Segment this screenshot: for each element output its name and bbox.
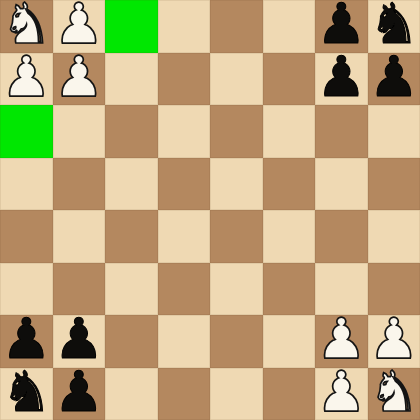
square-c1[interactable] xyxy=(105,368,158,420)
square-c2[interactable] xyxy=(105,315,158,368)
square-a4[interactable] xyxy=(0,210,53,263)
highlighted-square-c8[interactable] xyxy=(105,0,158,53)
square-b1[interactable]: ♟ xyxy=(53,368,106,420)
square-b7[interactable]: ♟ xyxy=(53,53,106,106)
square-c6[interactable] xyxy=(105,105,158,158)
square-d4[interactable] xyxy=(158,210,211,263)
square-c3[interactable] xyxy=(105,263,158,316)
square-c5[interactable] xyxy=(105,158,158,211)
square-f2[interactable] xyxy=(263,315,316,368)
square-g6[interactable] xyxy=(315,105,368,158)
square-g1[interactable]: ♟ xyxy=(315,368,368,420)
square-c7[interactable] xyxy=(105,53,158,106)
square-e1[interactable] xyxy=(210,368,263,420)
square-e7[interactable] xyxy=(210,53,263,106)
black-pawn-icon[interactable]: ♟ xyxy=(368,53,420,106)
square-d2[interactable] xyxy=(158,315,211,368)
square-e3[interactable] xyxy=(210,263,263,316)
square-d6[interactable] xyxy=(158,105,211,158)
black-pawn-icon[interactable]: ♟ xyxy=(315,53,368,106)
square-g7[interactable]: ♟ xyxy=(315,53,368,106)
square-h6[interactable] xyxy=(368,105,420,158)
square-f3[interactable] xyxy=(263,263,316,316)
square-d3[interactable] xyxy=(158,263,211,316)
square-h4[interactable] xyxy=(368,210,420,263)
chess-board: ♞♟♟♞♟♟♟♟♟♟♟♟♞♟♟♞ xyxy=(0,0,420,420)
square-e2[interactable] xyxy=(210,315,263,368)
square-b4[interactable] xyxy=(53,210,106,263)
square-b6[interactable] xyxy=(53,105,106,158)
square-f6[interactable] xyxy=(263,105,316,158)
square-g4[interactable] xyxy=(315,210,368,263)
square-f8[interactable] xyxy=(263,0,316,53)
square-d1[interactable] xyxy=(158,368,211,420)
square-d7[interactable] xyxy=(158,53,211,106)
square-h5[interactable] xyxy=(368,158,420,211)
square-f1[interactable] xyxy=(263,368,316,420)
square-c4[interactable] xyxy=(105,210,158,263)
square-e8[interactable] xyxy=(210,0,263,53)
highlighted-square-a6[interactable] xyxy=(0,105,53,158)
square-a1[interactable]: ♞ xyxy=(0,368,53,420)
square-d5[interactable] xyxy=(158,158,211,211)
square-h7[interactable]: ♟ xyxy=(368,53,420,106)
black-knight-icon[interactable]: ♞ xyxy=(0,368,53,420)
white-knight-icon[interactable]: ♞ xyxy=(368,368,420,420)
square-e5[interactable] xyxy=(210,158,263,211)
square-e6[interactable] xyxy=(210,105,263,158)
white-pawn-icon[interactable]: ♟ xyxy=(0,53,53,106)
square-a5[interactable] xyxy=(0,158,53,211)
black-pawn-icon[interactable]: ♟ xyxy=(53,368,106,420)
square-b5[interactable] xyxy=(53,158,106,211)
square-d8[interactable] xyxy=(158,0,211,53)
square-f7[interactable] xyxy=(263,53,316,106)
white-pawn-icon[interactable]: ♟ xyxy=(315,368,368,420)
square-h1[interactable]: ♞ xyxy=(368,368,420,420)
square-f4[interactable] xyxy=(263,210,316,263)
square-a7[interactable]: ♟ xyxy=(0,53,53,106)
square-g5[interactable] xyxy=(315,158,368,211)
square-e4[interactable] xyxy=(210,210,263,263)
square-f5[interactable] xyxy=(263,158,316,211)
white-pawn-icon[interactable]: ♟ xyxy=(53,53,106,106)
